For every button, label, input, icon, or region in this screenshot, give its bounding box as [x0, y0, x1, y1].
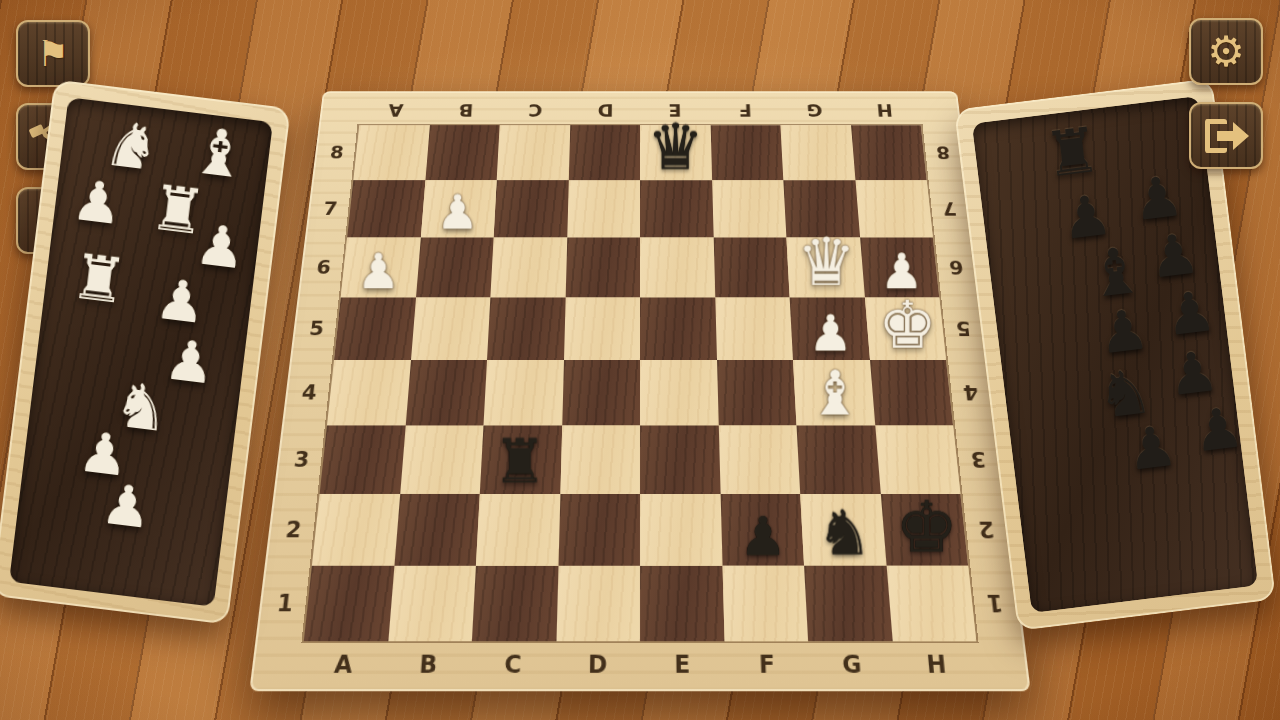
logout-icon: [1203, 117, 1249, 155]
square-a6[interactable]: ♟: [341, 238, 421, 298]
square-b7[interactable]: ♟: [420, 180, 496, 237]
square-d3[interactable]: [560, 425, 640, 494]
captured-tray-white-inner: ♞♝♟♜♟♜♟♟♞♟♟: [9, 97, 273, 606]
square-b8[interactable]: [425, 125, 500, 180]
file-label-top-G: G: [779, 100, 850, 119]
file-label-top-C: C: [500, 100, 571, 119]
captured-black-pawn: ♟: [1095, 301, 1152, 363]
square-e5[interactable]: [640, 297, 717, 360]
piece-black-king-h2[interactable]: ♚: [895, 493, 958, 564]
captured-white-pawn: ♟: [98, 475, 155, 537]
square-c5[interactable]: [487, 297, 565, 360]
captured-black-pawn: ♟: [1130, 168, 1187, 230]
square-a5[interactable]: [334, 297, 416, 360]
square-a1[interactable]: [304, 566, 394, 641]
rank-label-left-3: 3: [280, 425, 323, 494]
piece-white-pawn-a6[interactable]: ♟: [357, 247, 401, 296]
rank-label-left-2: 2: [271, 494, 315, 566]
rank-label-left-6: 6: [304, 238, 344, 298]
captured-white-pawn: ♟: [152, 271, 209, 333]
file-label-top-A: A: [360, 100, 432, 119]
square-b4[interactable]: [405, 360, 487, 425]
square-a2[interactable]: [312, 494, 400, 566]
captured-white-pawn: ♟: [192, 217, 249, 279]
square-f3[interactable]: [718, 425, 800, 494]
square-f1[interactable]: [722, 566, 808, 641]
flag-icon: ⚑: [37, 36, 69, 72]
chess-board: ABCDEFGH ABCDEFGH 87654321 87654321 ♛♟♟♛…: [249, 91, 1030, 691]
square-g8[interactable]: [780, 125, 855, 180]
square-h1[interactable]: [886, 566, 976, 641]
piece-black-pawn-f2[interactable]: ♟: [739, 510, 787, 564]
rank-label-left-1: 1: [262, 566, 308, 641]
square-g6[interactable]: ♛: [786, 238, 864, 298]
square-d1[interactable]: [556, 566, 640, 641]
exit-button[interactable]: [1189, 102, 1263, 169]
square-e3[interactable]: [640, 425, 720, 494]
square-h5[interactable]: ♚: [864, 297, 946, 360]
file-label-top-H: H: [849, 100, 921, 119]
rank-label-left-8: 8: [318, 125, 356, 180]
captured-tray-white: ♞♝♟♜♟♜♟♟♞♟♟: [0, 79, 291, 624]
square-b3[interactable]: [400, 425, 484, 494]
square-a4[interactable]: [327, 360, 411, 425]
piece-white-pawn-g5[interactable]: ♟: [809, 309, 854, 359]
logout-arrow-stem: [1217, 131, 1233, 141]
piece-white-king-h5[interactable]: ♚: [878, 293, 937, 359]
file-label-bottom-H: H: [893, 651, 980, 678]
captured-black-pawn: ♟: [1162, 283, 1219, 345]
captured-black-pawn: ♟: [1146, 225, 1203, 287]
captured-black-pawn: ♟: [1190, 399, 1247, 461]
captured-white-rook: ♜: [68, 246, 131, 314]
square-c4[interactable]: [483, 360, 563, 425]
captured-black-pawn: ♟: [1123, 417, 1180, 479]
square-h3[interactable]: [875, 425, 961, 494]
square-b2[interactable]: [394, 494, 480, 566]
square-f4[interactable]: [717, 360, 797, 425]
piece-black-queen-e8[interactable]: ♛: [647, 116, 704, 180]
file-label-top-D: D: [570, 100, 640, 119]
square-e4[interactable]: [640, 360, 718, 425]
square-h8[interactable]: [851, 125, 927, 180]
captured-white-pawn: ♟: [69, 172, 126, 234]
square-g4[interactable]: ♝: [793, 360, 875, 425]
file-label-bottom-B: B: [385, 651, 472, 678]
square-f2[interactable]: ♟: [720, 494, 804, 566]
square-c1[interactable]: [472, 566, 558, 641]
square-f7[interactable]: [712, 180, 787, 237]
square-g5[interactable]: ♟: [790, 297, 870, 360]
square-e6[interactable]: [640, 238, 715, 298]
square-a3[interactable]: [320, 425, 406, 494]
square-b5[interactable]: [411, 297, 491, 360]
square-g3[interactable]: [797, 425, 881, 494]
square-f8[interactable]: [710, 125, 783, 180]
captured-white-knight: ♞: [101, 112, 164, 180]
piece-black-knight-g2[interactable]: ♞: [817, 502, 873, 564]
file-label-bottom-C: C: [470, 651, 556, 678]
square-d5[interactable]: [564, 297, 641, 360]
square-f5[interactable]: [715, 297, 793, 360]
rank-label-left-5: 5: [296, 297, 337, 360]
piece-white-pawn-b7[interactable]: ♟: [436, 189, 479, 237]
file-label-top-F: F: [710, 100, 781, 119]
square-f6[interactable]: [713, 238, 789, 298]
file-labels-bottom: ABCDEFGH: [299, 645, 981, 686]
piece-white-bishop-g4[interactable]: ♝: [808, 363, 863, 424]
file-label-top-B: B: [430, 100, 501, 119]
square-e2[interactable]: [640, 494, 722, 566]
square-c7[interactable]: [494, 180, 569, 237]
square-d2[interactable]: [558, 494, 640, 566]
square-g1[interactable]: [804, 566, 892, 641]
square-c2[interactable]: [476, 494, 560, 566]
square-e7[interactable]: [640, 180, 713, 237]
file-label-top-E: E: [640, 100, 710, 119]
square-b6[interactable]: [416, 238, 494, 298]
file-label-bottom-D: D: [555, 651, 640, 678]
square-e8[interactable]: ♛: [640, 125, 712, 180]
resign-flag-button[interactable]: ⚑: [16, 20, 90, 87]
square-h7[interactable]: [855, 180, 933, 237]
piece-black-rook-c3[interactable]: ♜: [493, 431, 547, 492]
settings-button[interactable]: ⚙: [1189, 18, 1263, 85]
square-h2[interactable]: ♚: [880, 494, 968, 566]
square-h4[interactable]: [870, 360, 954, 425]
file-label-bottom-F: F: [724, 651, 810, 678]
file-labels-top: ABCDEFGH: [359, 97, 920, 123]
file-label-bottom-A: A: [300, 651, 387, 678]
square-c6[interactable]: [490, 238, 566, 298]
rank-label-left-7: 7: [311, 180, 350, 237]
board-grid: ♛♟♟♛♟♟♚♝♜♟♞♚: [304, 125, 976, 641]
file-label-bottom-E: E: [640, 651, 725, 678]
square-d4[interactable]: [562, 360, 640, 425]
square-b1[interactable]: [388, 566, 476, 641]
square-c8[interactable]: [497, 125, 570, 180]
file-label-bottom-G: G: [809, 651, 896, 678]
square-e1[interactable]: [640, 566, 724, 641]
captured-tray-black-inner: ♜♟♟♝♟♟♟♞♟♟♟: [972, 96, 1258, 613]
square-g2[interactable]: ♞: [800, 494, 886, 566]
logout-arrow-head: [1233, 122, 1249, 150]
captured-black-rook: ♜: [1041, 118, 1104, 186]
piece-white-queen-g6[interactable]: ♛: [797, 230, 856, 296]
square-c3[interactable]: ♜: [480, 425, 562, 494]
square-d7[interactable]: [567, 180, 640, 237]
gear-icon: ⚙: [1207, 31, 1245, 73]
chess-app-screen: ABCDEFGH ABCDEFGH 87654321 87654321 ♛♟♟♛…: [0, 0, 1280, 720]
square-a7[interactable]: [347, 180, 425, 237]
rank-label-left-4: 4: [288, 360, 330, 425]
square-d6[interactable]: [565, 238, 640, 298]
captured-black-pawn: ♟: [1165, 342, 1222, 404]
square-d8[interactable]: [568, 125, 640, 180]
square-a8[interactable]: [353, 125, 429, 180]
